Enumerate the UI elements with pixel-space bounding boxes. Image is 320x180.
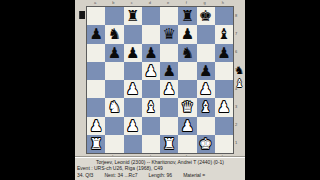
square-g1: ♚ [197, 135, 215, 153]
square-d6: ♟ [142, 44, 160, 62]
next-move: Next: 34 ...Rc7 [104, 173, 137, 179]
black-pawn: ♟ [108, 44, 121, 62]
chess-board: ♜♜♚♟♞♛♟♝♟♟♟♞♟♟♟♟♟♟♟♞♝♛♝♟♟♟♟♜♜♚ [86, 6, 234, 154]
square-c7 [124, 25, 142, 43]
square-a2: ♟ [87, 117, 105, 135]
black-king: ♚ [199, 7, 212, 25]
square-c8: ♜ [124, 7, 142, 25]
square-d1 [142, 135, 160, 153]
file-label-b: b [104, 0, 122, 5]
square-c1 [124, 135, 142, 153]
white-pawn: ♟ [126, 80, 139, 98]
white-pawn: ♟ [144, 62, 157, 80]
square-f3: ♛ [178, 98, 196, 116]
white-bishop: ♝ [199, 98, 212, 116]
black-bishop: ♝ [217, 25, 230, 43]
white-knight: ♞ [108, 98, 121, 116]
black-pawn: ♟ [162, 62, 175, 80]
square-b2 [105, 117, 123, 135]
white-pawn: ♟ [181, 117, 194, 135]
event-line: Event : URS-ch U26, Riga (1968), C49 [75, 166, 245, 172]
square-g4: ♟ [197, 80, 215, 98]
rank-label-1: 1 [233, 134, 239, 152]
file-label-g: g [196, 0, 214, 5]
square-g3: ♝ [197, 98, 215, 116]
square-b8 [105, 7, 123, 25]
file-labels-top: abcdefgh [86, 0, 232, 5]
rank-label-6: 6 [233, 43, 239, 61]
white-queen: ♛ [181, 98, 194, 116]
square-b1 [105, 135, 123, 153]
square-h1 [215, 135, 233, 153]
square-g5: ♟ [197, 62, 215, 80]
square-f5 [178, 62, 196, 80]
white-pawn: ♟ [199, 80, 212, 98]
white-king: ♚ [199, 135, 212, 153]
square-b6: ♟ [105, 44, 123, 62]
square-c4: ♟ [124, 80, 142, 98]
black-queen: ♛ [162, 25, 175, 43]
video-frame: abcdefgh ♜♜♚♟♞♛♟♝♟♟♟♞♟♟♟♟♟♟♟♞♝♛♝♟♟♟♟♜♜♚ … [0, 0, 320, 180]
black-to-move-indicator-icon [79, 11, 85, 19]
square-c2: ♟ [124, 117, 142, 135]
material-balance: Material = [183, 173, 205, 179]
black-pawn: ♟ [199, 62, 212, 80]
white-rook: ♜ [162, 135, 175, 153]
black-pawn: ♟ [126, 44, 139, 62]
game-info-footer: Torjeev, Leonid (2300) -- Kharitonov, An… [75, 157, 245, 180]
game-length: Length: 96 [148, 173, 172, 179]
square-a4 [87, 80, 105, 98]
square-b7: ♞ [105, 25, 123, 43]
square-a7: ♟ [87, 25, 105, 43]
white-pawn: ♟ [162, 80, 175, 98]
black-pawn: ♟ [144, 44, 157, 62]
black-pawn: ♟ [89, 25, 102, 43]
letterbox-right [245, 0, 320, 180]
square-b4 [105, 80, 123, 98]
material-white-bishop-icon: ♝ [235, 77, 245, 90]
square-e2 [160, 117, 178, 135]
square-g7 [197, 25, 215, 43]
file-label-d: d [141, 0, 159, 5]
white-rook: ♜ [89, 135, 102, 153]
file-label-c: c [123, 0, 141, 5]
file-label-f: f [177, 0, 195, 5]
letterbox-left [0, 0, 75, 180]
rank-label-2: 2 [233, 116, 239, 134]
square-a5 [87, 62, 105, 80]
square-g2 [197, 117, 215, 135]
square-a3 [87, 98, 105, 116]
move-status-line: 34. Qf3 Next: 34 ...Rc7 Length: 96 Mater… [75, 173, 245, 179]
square-f7: ♟ [178, 25, 196, 43]
square-f4 [178, 80, 196, 98]
black-pawn: ♟ [217, 44, 230, 62]
file-label-e: e [159, 0, 177, 5]
square-d4 [142, 80, 160, 98]
square-d8 [142, 7, 160, 25]
square-h6: ♟ [215, 44, 233, 62]
rank-label-3: 3 [233, 97, 239, 115]
square-e1: ♜ [160, 135, 178, 153]
square-h4 [215, 80, 233, 98]
square-e3 [160, 98, 178, 116]
square-b5 [105, 62, 123, 80]
file-label-a: a [86, 0, 104, 5]
square-g8: ♚ [197, 7, 215, 25]
square-e8 [160, 7, 178, 25]
square-a8 [87, 7, 105, 25]
square-a1: ♜ [87, 135, 105, 153]
square-f1 [178, 135, 196, 153]
square-h3: ♟ [215, 98, 233, 116]
square-h5 [215, 62, 233, 80]
square-h8 [215, 7, 233, 25]
square-e5: ♟ [160, 62, 178, 80]
white-pawn: ♟ [126, 117, 139, 135]
white-pawn: ♟ [217, 98, 230, 116]
rank-label-8: 8 [233, 6, 239, 24]
square-c5 [124, 62, 142, 80]
white-pawn: ♟ [89, 117, 102, 135]
square-e4: ♟ [160, 80, 178, 98]
square-b3: ♞ [105, 98, 123, 116]
chess-gui-panel: abcdefgh ♜♜♚♟♞♛♟♝♟♟♟♞♟♟♟♟♟♟♟♞♝♛♝♟♟♟♟♜♜♚ … [75, 0, 245, 180]
black-knight: ♞ [108, 25, 121, 43]
black-knight: ♞ [181, 44, 194, 62]
file-label-h: h [214, 0, 232, 5]
square-f6: ♞ [178, 44, 196, 62]
square-a6 [87, 44, 105, 62]
square-f2: ♟ [178, 117, 196, 135]
black-pawn: ♟ [181, 25, 194, 43]
square-e7: ♛ [160, 25, 178, 43]
square-d5: ♟ [142, 62, 160, 80]
square-c3 [124, 98, 142, 116]
material-tray: ♞ ♝ [234, 64, 245, 90]
square-d3: ♝ [142, 98, 160, 116]
square-h2 [215, 117, 233, 135]
square-d2 [142, 117, 160, 135]
square-d7 [142, 25, 160, 43]
rank-label-7: 7 [233, 24, 239, 42]
square-c6: ♟ [124, 44, 142, 62]
black-rook: ♜ [181, 7, 194, 25]
square-e6 [160, 44, 178, 62]
black-rook: ♜ [126, 7, 139, 25]
last-move: 34. Qf3 [77, 173, 93, 179]
square-h7: ♝ [215, 25, 233, 43]
square-f8: ♜ [178, 7, 196, 25]
material-black-knight-icon: ♞ [235, 64, 245, 77]
square-g6 [197, 44, 215, 62]
white-bishop: ♝ [144, 98, 157, 116]
